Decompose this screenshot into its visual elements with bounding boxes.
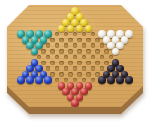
photo-background xyxy=(0,0,150,126)
chinese-checkers-board xyxy=(7,5,143,115)
board-cell xyxy=(71,99,80,107)
marble-red[interactable] xyxy=(71,99,79,107)
board-top-face xyxy=(7,5,143,107)
hole-grid xyxy=(7,5,143,107)
